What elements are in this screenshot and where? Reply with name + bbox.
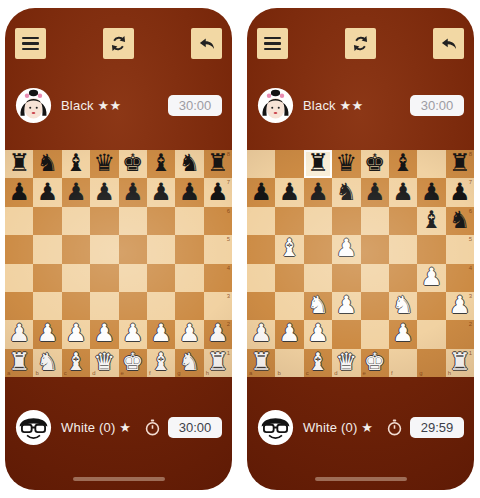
black-queen-piece: ♛ bbox=[94, 151, 116, 175]
white-king-piece: ♚ bbox=[122, 350, 144, 374]
home-indicator bbox=[73, 477, 165, 481]
square-a2[interactable]: ♟ bbox=[5, 320, 33, 348]
square-f2[interactable]: ♟ bbox=[389, 320, 417, 348]
black-rook-piece: ♜ bbox=[449, 151, 471, 175]
square-g1[interactable]: g bbox=[417, 349, 445, 377]
black-bishop-piece: ♝ bbox=[65, 151, 87, 175]
square-g6[interactable] bbox=[175, 207, 203, 235]
black-player-label: Black ★★ bbox=[303, 98, 363, 113]
undo-back-arrow-icon bbox=[197, 34, 217, 54]
phone-screenshot-right: Black ★★ 30:00 ♜♛♚♝♜8♟♟♟♞♟♟♟♟7♝♞6♝♟5♟4♞♟… bbox=[247, 8, 474, 490]
refresh-button[interactable] bbox=[103, 28, 134, 59]
square-e4[interactable] bbox=[119, 264, 147, 292]
square-d4[interactable] bbox=[90, 264, 118, 292]
black-pawn-piece: ♟ bbox=[8, 180, 30, 204]
black-knight-piece: ♞ bbox=[37, 151, 59, 175]
black-knight-piece: ♞ bbox=[179, 151, 201, 175]
square-g1[interactable]: ♞g bbox=[175, 349, 203, 377]
square-b4[interactable] bbox=[33, 264, 61, 292]
square-d4[interactable] bbox=[332, 264, 360, 292]
white-pawn-piece: ♟ bbox=[336, 293, 358, 317]
menu-button[interactable] bbox=[257, 28, 288, 59]
black-timer: 30:00 bbox=[168, 95, 222, 116]
white-knight-piece: ♞ bbox=[307, 293, 329, 317]
square-f8[interactable]: ♝ bbox=[147, 150, 175, 178]
square-b2[interactable]: ♟ bbox=[33, 320, 61, 348]
rank-label-2: 2 bbox=[469, 321, 472, 327]
square-a7[interactable]: ♟ bbox=[247, 178, 275, 206]
hamburger-menu-icon bbox=[264, 37, 281, 51]
square-b6[interactable] bbox=[275, 207, 303, 235]
square-e2[interactable]: ♟ bbox=[119, 320, 147, 348]
square-g8[interactable] bbox=[417, 150, 445, 178]
square-h6[interactable]: 6 bbox=[204, 207, 232, 235]
home-indicator bbox=[315, 477, 407, 481]
square-a5[interactable] bbox=[5, 235, 33, 263]
square-a1[interactable]: ♜a bbox=[5, 349, 33, 377]
square-h5[interactable]: 5 bbox=[204, 235, 232, 263]
black-timer: 30:00 bbox=[410, 95, 464, 116]
square-g2[interactable]: ♟ bbox=[175, 320, 203, 348]
square-e8[interactable]: ♚ bbox=[361, 150, 389, 178]
black-knight-piece: ♞ bbox=[449, 208, 471, 232]
square-e7[interactable]: ♟ bbox=[361, 178, 389, 206]
rank-label-6: 6 bbox=[227, 208, 230, 214]
file-label-e: e bbox=[363, 370, 366, 376]
square-c6[interactable] bbox=[304, 207, 332, 235]
square-d2[interactable] bbox=[332, 320, 360, 348]
undo-button[interactable] bbox=[433, 28, 464, 59]
square-e3[interactable] bbox=[119, 292, 147, 320]
square-f4[interactable] bbox=[147, 264, 175, 292]
square-c3[interactable]: ♞ bbox=[304, 292, 332, 320]
file-label-g: g bbox=[419, 370, 422, 376]
square-c1[interactable]: ♝c bbox=[304, 349, 332, 377]
black-king-piece: ♚ bbox=[122, 151, 144, 175]
square-h4[interactable]: 4 bbox=[446, 264, 474, 292]
square-f6[interactable] bbox=[389, 207, 417, 235]
square-b8[interactable]: ♞ bbox=[33, 150, 61, 178]
square-f8[interactable]: ♝ bbox=[389, 150, 417, 178]
square-h4[interactable]: 4 bbox=[204, 264, 232, 292]
file-label-g: g bbox=[177, 370, 180, 376]
square-g6[interactable]: ♝ bbox=[417, 207, 445, 235]
square-a7[interactable]: ♟ bbox=[5, 178, 33, 206]
black-bishop-piece: ♝ bbox=[150, 151, 172, 175]
stopwatch-icon bbox=[143, 418, 162, 437]
black-player-row: Black ★★ 30:00 bbox=[5, 86, 232, 124]
square-e1[interactable]: ♚e bbox=[119, 349, 147, 377]
square-b5[interactable] bbox=[33, 235, 61, 263]
square-d1[interactable]: ♛d bbox=[332, 349, 360, 377]
rank-label-4: 4 bbox=[469, 265, 472, 271]
square-e2[interactable] bbox=[361, 320, 389, 348]
square-h7[interactable]: ♟7 bbox=[446, 178, 474, 206]
square-g4[interactable] bbox=[175, 264, 203, 292]
square-h3[interactable]: ♟3 bbox=[446, 292, 474, 320]
file-label-b: b bbox=[277, 370, 280, 376]
square-e6[interactable] bbox=[361, 207, 389, 235]
white-pawn-piece: ♟ bbox=[279, 321, 301, 345]
square-g5[interactable] bbox=[417, 235, 445, 263]
black-queen-piece: ♛ bbox=[336, 151, 358, 175]
black-pawn-piece: ♟ bbox=[122, 180, 144, 204]
white-knight-piece: ♞ bbox=[392, 293, 414, 317]
rank-label-3: 3 bbox=[227, 293, 230, 299]
square-h1[interactable]: ♜1h bbox=[204, 349, 232, 377]
chess-board-left: ♜♞♝♛♚♝♞♜8♟♟♟♟♟♟♟♟76543♟♟♟♟♟♟♟♟2♜a♞b♝c♛d♚… bbox=[5, 150, 232, 377]
square-c7[interactable]: ♟ bbox=[304, 178, 332, 206]
black-player-row: Black ★★ 30:00 bbox=[247, 86, 474, 124]
rank-label-8: 8 bbox=[469, 151, 472, 157]
rank-label-1: 1 bbox=[469, 350, 472, 356]
file-label-c: c bbox=[64, 370, 67, 376]
square-c3[interactable] bbox=[62, 292, 90, 320]
square-g4[interactable]: ♟ bbox=[417, 264, 445, 292]
rank-label-2: 2 bbox=[227, 321, 230, 327]
square-d7[interactable]: ♞ bbox=[332, 178, 360, 206]
white-rook-piece: ♜ bbox=[207, 350, 229, 374]
square-g7[interactable]: ♟ bbox=[175, 178, 203, 206]
square-d6[interactable] bbox=[332, 207, 360, 235]
refresh-button[interactable] bbox=[345, 28, 376, 59]
file-label-f: f bbox=[149, 370, 151, 376]
square-a3[interactable] bbox=[5, 292, 33, 320]
white-knight-piece: ♞ bbox=[179, 350, 201, 374]
square-h7[interactable]: ♟7 bbox=[204, 178, 232, 206]
hamburger-menu-icon bbox=[22, 37, 39, 51]
white-player-row: White (0) ★ 30:00 bbox=[5, 408, 232, 446]
file-label-a: a bbox=[7, 370, 10, 376]
black-bishop-piece: ♝ bbox=[392, 151, 414, 175]
rank-label-6: 6 bbox=[469, 208, 472, 214]
file-label-a: a bbox=[249, 370, 252, 376]
menu-button[interactable] bbox=[15, 28, 46, 59]
square-c4[interactable] bbox=[62, 264, 90, 292]
square-d7[interactable]: ♟ bbox=[90, 178, 118, 206]
white-pawn-piece: ♟ bbox=[336, 236, 358, 260]
white-pawn-piece: ♟ bbox=[421, 265, 443, 289]
square-h6[interactable]: ♞6 bbox=[446, 207, 474, 235]
white-pawn-piece: ♟ bbox=[207, 321, 229, 345]
square-h8[interactable]: ♜8 bbox=[204, 150, 232, 178]
square-f3[interactable]: ♞ bbox=[389, 292, 417, 320]
square-g2[interactable] bbox=[417, 320, 445, 348]
file-label-d: d bbox=[92, 370, 95, 376]
black-pawn-piece: ♟ bbox=[421, 180, 443, 204]
square-c8[interactable]: ♜ bbox=[304, 150, 332, 178]
square-h8[interactable]: ♜8 bbox=[446, 150, 474, 178]
black-player-avatar bbox=[257, 87, 294, 124]
white-bishop-piece: ♝ bbox=[150, 350, 172, 374]
square-g5[interactable] bbox=[175, 235, 203, 263]
square-b7[interactable]: ♟ bbox=[33, 178, 61, 206]
square-a6[interactable] bbox=[5, 207, 33, 235]
white-timer: 29:59 bbox=[410, 417, 464, 438]
square-a6[interactable] bbox=[247, 207, 275, 235]
black-rook-piece: ♜ bbox=[207, 151, 229, 175]
white-pawn-piece: ♟ bbox=[449, 293, 471, 317]
black-pawn-piece: ♟ bbox=[449, 180, 471, 204]
white-pawn-piece: ♟ bbox=[65, 321, 87, 345]
white-player-row: White (0) ★ 29:59 bbox=[247, 408, 474, 446]
square-c6[interactable] bbox=[62, 207, 90, 235]
white-pawn-piece: ♟ bbox=[250, 321, 272, 345]
black-pawn-piece: ♟ bbox=[364, 180, 386, 204]
square-f7[interactable]: ♟ bbox=[147, 178, 175, 206]
file-label-b: b bbox=[35, 370, 38, 376]
square-a1[interactable]: ♜a bbox=[247, 349, 275, 377]
square-g3[interactable] bbox=[417, 292, 445, 320]
white-pawn-piece: ♟ bbox=[307, 321, 329, 345]
black-pawn-piece: ♟ bbox=[179, 180, 201, 204]
undo-button[interactable] bbox=[191, 28, 222, 59]
square-f1[interactable]: f bbox=[389, 349, 417, 377]
screenshot-pair: Black ★★ 30:00 ♜♞♝♛♚♝♞♜8♟♟♟♟♟♟♟♟76543♟♟♟… bbox=[0, 0, 480, 498]
rank-label-3: 3 bbox=[469, 293, 472, 299]
square-h3[interactable]: 3 bbox=[204, 292, 232, 320]
white-rook-piece: ♜ bbox=[250, 350, 272, 374]
black-rook-piece: ♜ bbox=[307, 151, 329, 175]
white-pawn-piece: ♟ bbox=[8, 321, 30, 345]
square-c8[interactable]: ♝ bbox=[62, 150, 90, 178]
white-pawn-piece: ♟ bbox=[392, 321, 414, 345]
square-d8[interactable]: ♛ bbox=[332, 150, 360, 178]
square-b1[interactable]: b bbox=[275, 349, 303, 377]
square-a2[interactable]: ♟ bbox=[247, 320, 275, 348]
white-player-label: White (0) ★ bbox=[61, 420, 131, 435]
white-bishop-piece: ♝ bbox=[65, 350, 87, 374]
square-h2[interactable]: ♟2 bbox=[204, 320, 232, 348]
stopwatch-icon bbox=[385, 418, 404, 437]
black-pawn-piece: ♟ bbox=[250, 180, 272, 204]
square-f4[interactable] bbox=[389, 264, 417, 292]
square-e1[interactable]: ♚e bbox=[361, 349, 389, 377]
white-rook-piece: ♜ bbox=[449, 350, 471, 374]
square-b3[interactable] bbox=[33, 292, 61, 320]
square-b6[interactable] bbox=[33, 207, 61, 235]
square-g3[interactable] bbox=[175, 292, 203, 320]
square-c1[interactable]: ♝c bbox=[62, 349, 90, 377]
file-label-h: h bbox=[206, 370, 209, 376]
chess-board-right: ♜♛♚♝♜8♟♟♟♞♟♟♟♟7♝♞6♝♟5♟4♞♟♞♟3♟♟♟♟2♜ab♝c♛d… bbox=[247, 150, 474, 377]
square-f5[interactable] bbox=[389, 235, 417, 263]
square-b2[interactable]: ♟ bbox=[275, 320, 303, 348]
black-king-piece: ♚ bbox=[364, 151, 386, 175]
white-pawn-piece: ♟ bbox=[179, 321, 201, 345]
square-c2[interactable]: ♟ bbox=[62, 320, 90, 348]
square-e4[interactable] bbox=[361, 264, 389, 292]
undo-back-arrow-icon bbox=[439, 34, 459, 54]
rank-label-8: 8 bbox=[227, 151, 230, 157]
file-label-d: d bbox=[334, 370, 337, 376]
rank-label-5: 5 bbox=[227, 236, 230, 242]
refresh-icon bbox=[109, 34, 128, 53]
black-pawn-piece: ♟ bbox=[279, 180, 301, 204]
black-pawn-piece: ♟ bbox=[207, 180, 229, 204]
square-b5[interactable]: ♝ bbox=[275, 235, 303, 263]
white-bishop-piece: ♝ bbox=[279, 236, 301, 260]
square-c5[interactable] bbox=[304, 235, 332, 263]
file-label-f: f bbox=[391, 370, 393, 376]
rank-label-7: 7 bbox=[469, 179, 472, 185]
square-f5[interactable] bbox=[147, 235, 175, 263]
file-label-e: e bbox=[121, 370, 124, 376]
toolbar bbox=[5, 28, 232, 59]
white-pawn-piece: ♟ bbox=[122, 321, 144, 345]
black-pawn-piece: ♟ bbox=[392, 180, 414, 204]
white-king-piece: ♚ bbox=[364, 350, 386, 374]
black-knight-piece: ♞ bbox=[336, 180, 358, 204]
square-f7[interactable]: ♟ bbox=[389, 178, 417, 206]
rank-label-4: 4 bbox=[227, 265, 230, 271]
square-b3[interactable] bbox=[275, 292, 303, 320]
file-label-c: c bbox=[306, 370, 309, 376]
square-d5[interactable] bbox=[90, 235, 118, 263]
white-timer: 30:00 bbox=[168, 417, 222, 438]
square-f2[interactable]: ♟ bbox=[147, 320, 175, 348]
black-bishop-piece: ♝ bbox=[421, 208, 443, 232]
square-b1[interactable]: ♞b bbox=[33, 349, 61, 377]
white-pawn-piece: ♟ bbox=[94, 321, 116, 345]
square-h2[interactable]: 2 bbox=[446, 320, 474, 348]
black-pawn-piece: ♟ bbox=[150, 180, 172, 204]
white-queen-piece: ♛ bbox=[94, 350, 116, 374]
square-g7[interactable]: ♟ bbox=[417, 178, 445, 206]
square-d8[interactable]: ♛ bbox=[90, 150, 118, 178]
square-d6[interactable] bbox=[90, 207, 118, 235]
square-h5[interactable]: 5 bbox=[446, 235, 474, 263]
white-knight-piece: ♞ bbox=[37, 350, 59, 374]
square-e5[interactable] bbox=[119, 235, 147, 263]
square-a4[interactable] bbox=[247, 264, 275, 292]
square-b8[interactable] bbox=[275, 150, 303, 178]
square-e3[interactable] bbox=[361, 292, 389, 320]
white-pawn-piece: ♟ bbox=[150, 321, 172, 345]
square-b4[interactable] bbox=[275, 264, 303, 292]
square-a5[interactable] bbox=[247, 235, 275, 263]
refresh-icon bbox=[351, 34, 370, 53]
square-g8[interactable]: ♞ bbox=[175, 150, 203, 178]
square-e5[interactable] bbox=[361, 235, 389, 263]
square-a4[interactable] bbox=[5, 264, 33, 292]
black-pawn-piece: ♟ bbox=[65, 180, 87, 204]
square-d3[interactable]: ♟ bbox=[332, 292, 360, 320]
square-c5[interactable] bbox=[62, 235, 90, 263]
square-e7[interactable]: ♟ bbox=[119, 178, 147, 206]
square-a3[interactable] bbox=[247, 292, 275, 320]
white-queen-piece: ♛ bbox=[336, 350, 358, 374]
white-rook-piece: ♜ bbox=[8, 350, 30, 374]
black-player-avatar bbox=[15, 87, 52, 124]
rank-label-1: 1 bbox=[227, 350, 230, 356]
square-d3[interactable] bbox=[90, 292, 118, 320]
black-rook-piece: ♜ bbox=[8, 151, 30, 175]
square-f6[interactable] bbox=[147, 207, 175, 235]
square-d1[interactable]: ♛d bbox=[90, 349, 118, 377]
white-player-label: White (0) ★ bbox=[303, 420, 373, 435]
phone-screenshot-left: Black ★★ 30:00 ♜♞♝♛♚♝♞♜8♟♟♟♟♟♟♟♟76543♟♟♟… bbox=[5, 8, 232, 490]
square-h1[interactable]: ♜1h bbox=[446, 349, 474, 377]
black-pawn-piece: ♟ bbox=[94, 180, 116, 204]
white-pawn-piece: ♟ bbox=[37, 321, 59, 345]
rank-label-5: 5 bbox=[469, 236, 472, 242]
square-d5[interactable]: ♟ bbox=[332, 235, 360, 263]
square-e8[interactable]: ♚ bbox=[119, 150, 147, 178]
square-f1[interactable]: ♝f bbox=[147, 349, 175, 377]
square-b7[interactable]: ♟ bbox=[275, 178, 303, 206]
black-player-label: Black ★★ bbox=[61, 98, 121, 113]
square-c4[interactable] bbox=[304, 264, 332, 292]
square-e6[interactable] bbox=[119, 207, 147, 235]
black-pawn-piece: ♟ bbox=[307, 180, 329, 204]
square-c2[interactable]: ♟ bbox=[304, 320, 332, 348]
rank-label-7: 7 bbox=[227, 179, 230, 185]
toolbar bbox=[247, 28, 474, 59]
square-d2[interactable]: ♟ bbox=[90, 320, 118, 348]
square-f3[interactable] bbox=[147, 292, 175, 320]
black-pawn-piece: ♟ bbox=[37, 180, 59, 204]
file-label-h: h bbox=[448, 370, 451, 376]
white-bishop-piece: ♝ bbox=[307, 350, 329, 374]
white-player-avatar bbox=[15, 409, 52, 446]
white-player-avatar bbox=[257, 409, 294, 446]
square-a8[interactable]: ♜ bbox=[5, 150, 33, 178]
square-c7[interactable]: ♟ bbox=[62, 178, 90, 206]
square-a8[interactable] bbox=[247, 150, 275, 178]
